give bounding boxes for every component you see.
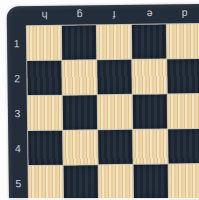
square-e2 (132, 59, 166, 93)
file-label-text: f (113, 5, 116, 25)
board-photo: hgfedcba 12345678 (0, 0, 199, 200)
file-label-text: e (146, 5, 152, 25)
square-f5 (99, 165, 133, 199)
square-e5 (134, 164, 168, 198)
square-e3 (133, 94, 167, 128)
square-d3 (168, 94, 199, 128)
square-g2 (62, 60, 96, 94)
square-d1 (167, 24, 199, 58)
square-f2 (97, 60, 131, 94)
file-label-e: e (132, 4, 167, 23)
photo-bottom-edge (0, 198, 199, 200)
square-g5 (64, 165, 98, 199)
file-label-g: g (62, 5, 97, 24)
square-g4 (63, 130, 97, 164)
rank-label-3: 3 (8, 96, 27, 131)
square-h4 (28, 131, 62, 165)
file-labels: hgfedcba (27, 3, 199, 25)
file-label-text: g (76, 5, 82, 25)
file-label-f: f (97, 5, 132, 24)
board-grid (26, 22, 199, 200)
file-label-d: d (167, 4, 199, 23)
rank-label-5: 5 (9, 166, 28, 200)
square-h2 (27, 61, 61, 95)
square-f1 (97, 25, 131, 59)
file-label-text: h (41, 6, 47, 26)
chess-board: hgfedcba 12345678 (7, 2, 199, 200)
square-f3 (98, 95, 132, 129)
rank-label-1: 1 (7, 26, 26, 61)
file-label-text: d (181, 4, 187, 24)
square-h3 (28, 96, 62, 130)
file-label-h: h (27, 6, 62, 25)
square-f4 (98, 130, 132, 164)
square-d2 (167, 59, 199, 93)
rank-label-4: 4 (8, 131, 27, 166)
square-e1 (132, 24, 166, 58)
square-e4 (133, 129, 167, 163)
square-g1 (62, 25, 96, 59)
square-d5 (169, 164, 199, 198)
square-d4 (168, 129, 199, 163)
square-h1 (27, 26, 61, 60)
square-g3 (63, 95, 97, 129)
rank-label-2: 2 (7, 61, 26, 96)
square-h5 (29, 166, 63, 200)
